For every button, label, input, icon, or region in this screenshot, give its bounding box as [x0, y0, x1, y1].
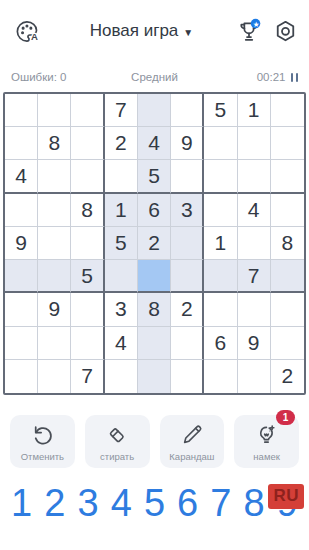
chevron-down-icon: ▼	[183, 27, 193, 38]
undo-label: Отменить	[21, 451, 64, 462]
cell-r4c2[interactable]	[38, 194, 71, 227]
header-bar: A Новая игра ▼ ★	[0, 0, 309, 48]
cell-r1c8[interactable]: 1	[238, 94, 271, 127]
cell-r5c3[interactable]	[71, 227, 104, 260]
erase-button[interactable]: стирать	[85, 415, 150, 468]
cell-r9c8[interactable]	[238, 360, 271, 393]
cell-r9c9[interactable]: 2	[271, 360, 304, 393]
toolbar: Отменить стирать Карандаш 1	[0, 415, 309, 468]
cell-r2c3[interactable]	[71, 127, 104, 160]
cell-r9c7[interactable]	[204, 360, 237, 393]
numpad-6[interactable]: 6	[177, 484, 198, 522]
eraser-icon	[104, 422, 130, 448]
cell-r9c2[interactable]	[38, 360, 71, 393]
cell-r6c7[interactable]	[204, 260, 237, 293]
new-game-menu[interactable]: Новая игра ▼	[58, 21, 225, 41]
cell-r4c1[interactable]	[5, 194, 38, 227]
cell-r8c3[interactable]	[71, 327, 104, 360]
cell-r5c8[interactable]	[238, 227, 271, 260]
cell-r1c6[interactable]	[171, 94, 204, 127]
cell-r5c1[interactable]: 9	[5, 227, 38, 260]
cell-r8c6[interactable]	[171, 327, 204, 360]
cell-r4c4[interactable]: 1	[105, 194, 138, 227]
ru-watermark: RU	[268, 484, 304, 509]
cell-r3c9[interactable]	[271, 160, 304, 193]
cell-r2c9[interactable]	[271, 127, 304, 160]
cell-r6c8[interactable]: 7	[238, 260, 271, 293]
hint-label: намек	[253, 451, 280, 462]
cell-r6c2[interactable]	[38, 260, 71, 293]
cell-r8c5[interactable]	[138, 327, 171, 360]
numpad-7[interactable]: 7	[210, 484, 231, 522]
cell-r3c2[interactable]	[38, 160, 71, 193]
cell-r2c2[interactable]: 8	[38, 127, 71, 160]
cell-r7c7[interactable]	[204, 293, 237, 326]
cell-r5c9[interactable]: 8	[271, 227, 304, 260]
cell-r5c2[interactable]	[38, 227, 71, 260]
svg-text:A: A	[31, 30, 38, 41]
cell-r7c1[interactable]	[5, 293, 38, 326]
hint-bulb-icon	[254, 422, 280, 448]
cell-r9c1[interactable]	[5, 360, 38, 393]
number-pad: 123456789	[0, 484, 309, 522]
cell-r2c1[interactable]	[5, 127, 38, 160]
svg-text:★: ★	[253, 20, 260, 29]
timer-value: 00:21	[257, 71, 286, 83]
cell-r3c4[interactable]	[105, 160, 138, 193]
numpad-2[interactable]: 2	[44, 484, 65, 522]
cell-r7c9[interactable]	[271, 293, 304, 326]
cell-r6c1[interactable]	[5, 260, 38, 293]
cell-r1c5[interactable]	[138, 94, 171, 127]
cell-r7c3[interactable]	[71, 293, 104, 326]
cell-r4c9[interactable]	[271, 194, 304, 227]
numpad-3[interactable]: 3	[77, 484, 98, 522]
cell-r4c5[interactable]: 6	[138, 194, 171, 227]
cell-r5c5[interactable]: 2	[138, 227, 171, 260]
cell-r5c4[interactable]: 5	[105, 227, 138, 260]
cell-r4c7[interactable]	[204, 194, 237, 227]
cell-r1c1[interactable]	[5, 94, 38, 127]
cell-r8c4[interactable]: 4	[105, 327, 138, 360]
hint-button[interactable]: 1 намек	[234, 415, 299, 468]
cell-r9c6[interactable]	[171, 360, 204, 393]
cell-r5c7[interactable]: 1	[204, 227, 237, 260]
cell-r3c3[interactable]	[71, 160, 104, 193]
cell-r9c3[interactable]: 7	[71, 360, 104, 393]
status-bar: Ошибки: 0 Средний 00:21	[0, 70, 309, 84]
cell-r2c6[interactable]: 9	[171, 127, 204, 160]
cell-r3c1[interactable]: 4	[5, 160, 38, 193]
theme-palette-icon[interactable]: A	[14, 18, 41, 45]
undo-button[interactable]: Отменить	[10, 415, 75, 468]
trophy-icon[interactable]: ★	[235, 17, 263, 45]
numpad-5[interactable]: 5	[144, 484, 165, 522]
numpad-1[interactable]: 1	[11, 484, 32, 522]
cell-r6c5[interactable]	[138, 260, 171, 293]
cell-r2c8[interactable]	[238, 127, 271, 160]
pencil-button[interactable]: Карандаш	[160, 415, 225, 468]
cell-r7c4[interactable]: 3	[105, 293, 138, 326]
cell-r9c4[interactable]	[105, 360, 138, 393]
cell-r6c6[interactable]	[171, 260, 204, 293]
cell-r4c3[interactable]: 8	[71, 194, 104, 227]
cell-r1c2[interactable]	[38, 94, 71, 127]
cell-r4c6[interactable]: 3	[171, 194, 204, 227]
mistakes-counter: Ошибки: 0	[11, 71, 131, 83]
erase-label: стирать	[100, 451, 134, 462]
cell-r1c9[interactable]	[271, 94, 304, 127]
cell-r7c6[interactable]: 2	[171, 293, 204, 326]
cell-r3c7[interactable]	[204, 160, 237, 193]
cell-r4c8[interactable]: 4	[238, 194, 271, 227]
cell-r8c1[interactable]	[5, 327, 38, 360]
hint-badge: 1	[276, 410, 295, 425]
cell-r2c5[interactable]: 4	[138, 127, 171, 160]
numpad-8[interactable]: 8	[244, 484, 265, 522]
cell-r8c2[interactable]	[38, 327, 71, 360]
cell-r8c9[interactable]	[271, 327, 304, 360]
cell-r5c6[interactable]	[171, 227, 204, 260]
difficulty-label: Средний	[131, 71, 178, 83]
cell-r3c8[interactable]	[238, 160, 271, 193]
cell-r1c3[interactable]	[71, 94, 104, 127]
cell-r6c9[interactable]	[271, 260, 304, 293]
cell-r1c7[interactable]: 5	[204, 94, 237, 127]
pause-button[interactable]	[291, 73, 299, 82]
cell-r2c4[interactable]: 2	[105, 127, 138, 160]
numpad-4[interactable]: 4	[111, 484, 132, 522]
cell-r8c7[interactable]: 6	[204, 327, 237, 360]
cell-r8c8[interactable]: 9	[238, 327, 271, 360]
page-title: Новая игра	[90, 21, 179, 41]
settings-gear-icon[interactable]	[272, 18, 299, 45]
cell-r1c4[interactable]: 7	[105, 94, 138, 127]
undo-icon	[29, 422, 55, 448]
cell-r2c7[interactable]	[204, 127, 237, 160]
cell-r7c8[interactable]	[238, 293, 271, 326]
pencil-icon	[179, 422, 205, 448]
cell-r7c2[interactable]: 9	[38, 293, 71, 326]
hint-label-pencil: Карандаш	[169, 451, 214, 462]
cell-r3c5[interactable]: 5	[138, 160, 171, 193]
cell-r9c5[interactable]	[138, 360, 171, 393]
cell-r6c3[interactable]: 5	[71, 260, 104, 293]
cell-r7c5[interactable]: 8	[138, 293, 171, 326]
cell-r3c6[interactable]	[171, 160, 204, 193]
sudoku-grid: 751824945816349521857938246972	[3, 92, 306, 395]
cell-r6c4[interactable]	[105, 260, 138, 293]
